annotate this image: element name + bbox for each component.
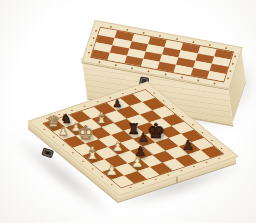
board-square [44,119,66,131]
pin-dot [155,179,158,180]
board-shadow-left [7,128,118,223]
pin-dot [45,118,48,119]
lid-square [207,71,226,81]
lid-square [110,45,129,55]
pin-dot [62,144,65,145]
pin-dot [181,76,183,78]
lid-square [127,48,146,58]
board-square [153,150,175,162]
board-square [124,171,146,183]
board-square [191,138,213,150]
pin-dot [71,110,74,111]
board-square [56,115,78,127]
board-square [114,119,136,131]
board-square [63,135,85,147]
board-square [101,123,123,135]
board-square [85,139,107,151]
board-square [73,143,95,155]
piece-white-pawn: ♟ [131,156,143,170]
piece-black-pawn: ♟ [182,139,194,153]
pin-dot [209,44,211,46]
pin-dot [164,73,166,75]
piece-white-bishop: ♝ [85,145,101,162]
pin-dot [153,92,156,93]
pin-dot [91,168,94,169]
pin-dot [95,30,97,32]
lid-square [148,37,167,47]
board-square [130,147,152,159]
board-square [69,111,91,123]
lid-square [124,56,143,66]
pin-dot [115,64,117,66]
pin-dot [205,162,208,163]
piece-white-pawn: ♟ [58,127,68,138]
box-lid-top [81,20,242,89]
piece-white-king: ♚ [77,124,94,143]
box-lid-grid [91,28,233,82]
pin-dot [134,89,137,90]
pin-dot [101,176,104,177]
pin-dot [83,105,86,106]
pin-dot [211,140,214,141]
lid-square [212,56,231,66]
board-square [111,131,133,143]
board-square [136,122,158,134]
lid-square [146,44,165,54]
lid-square [160,55,179,65]
lid-square [98,28,117,38]
board-square [115,163,137,175]
pin-dot [43,128,46,129]
piece-black-knight: ♞ [61,113,72,126]
box-lid-frame [90,27,234,83]
board-square [76,131,98,143]
board-square [159,126,181,138]
piece-black-king: ♚ [147,122,165,142]
pin-dot [218,157,221,158]
box-shadow [85,82,245,136]
board-square [92,159,114,171]
board-square [118,151,140,163]
pin-dot [234,55,236,57]
pin-dot [110,25,112,27]
pin-dot [131,67,133,69]
box-side-shadow [223,56,256,118]
piece-white-queen: ♛ [46,115,60,131]
board-square [121,139,143,151]
lid-square [96,35,115,45]
lid-square [91,50,110,60]
box-lid-edge [81,58,229,91]
lid-square [164,40,183,50]
board-square [66,123,88,135]
board-square [124,127,146,139]
board-square [165,146,187,158]
board-square [156,138,178,150]
lid-square [176,58,195,68]
board-square [53,127,75,139]
board-square [105,155,127,167]
lid-square [143,52,162,62]
lid-square [94,42,113,52]
pin-dot [167,174,170,175]
lid-square [115,31,134,41]
pin-dot [72,152,75,153]
board-square [140,155,162,167]
lid-square [157,62,176,72]
pin-dot [193,166,196,167]
piece-white-pawn: ♟ [71,123,81,134]
board-square [181,130,203,142]
board-square [146,130,168,142]
board-square [137,167,159,179]
board-shadow-front [112,154,248,215]
pin-dot [214,82,216,84]
pin-dot [221,148,224,149]
board-square [201,146,223,158]
board-square [102,167,124,179]
pin-dot [225,47,227,49]
piece-white-pawn: ♟ [106,164,118,178]
lid-square [174,65,193,75]
lid-square [179,50,198,60]
piece-white-bishop: ♝ [95,111,108,126]
lid-square [129,41,148,51]
piece-black-rook: ♜ [127,123,140,138]
lid-square [193,61,212,71]
piece-black-pawn: ♟ [134,144,146,157]
lid-square [209,64,228,74]
board-square [88,127,110,139]
pin-dot [180,170,183,171]
board-square [150,163,172,175]
board-square [127,159,149,171]
board-square [133,134,155,146]
pin-dot [90,44,92,46]
pin-dot [98,61,100,63]
pin-dot [93,37,95,39]
pin-dot [52,136,55,137]
lid-square [195,53,214,63]
board-square [143,142,165,154]
board-square [175,154,197,166]
pin-dot [197,79,199,81]
lid-square [162,47,181,57]
pin-dot [126,28,128,30]
board-square [91,115,113,127]
chess-set-photo: ♛♞♟♟♟♝♚♜♝♟♟♚♟♟♟♟ [0,0,256,223]
board-square [98,135,120,147]
pin-dot [129,187,132,188]
pin-dot [148,70,150,72]
pin-dot [88,52,90,54]
lid-square [112,38,131,48]
lid-square [141,59,160,69]
board-square [188,150,210,162]
pin-dot [201,132,204,133]
pin-dot [58,114,61,115]
board-square [82,151,104,163]
board-square [79,119,101,131]
board-square [112,175,134,187]
lid-square [131,34,150,44]
lid-square [190,68,209,78]
board-square [108,143,130,155]
pin-dot [143,31,145,33]
board-square [104,111,126,123]
piece-black-pawn: ♟ [137,132,148,145]
pin-dot [192,41,194,43]
pin-dot [82,160,85,161]
pin-dot [176,37,178,39]
lid-square [214,49,233,59]
lid-square [108,53,127,63]
pin-dot [159,34,161,36]
pin-dot [111,184,114,185]
board-square [95,147,117,159]
lid-square [197,46,216,56]
lid-square [181,43,200,53]
board-square [82,107,104,119]
board-square [178,142,200,154]
piece-white-pawn: ♟ [112,141,123,154]
pin-dot [142,183,145,184]
board-square [168,134,190,146]
board-square [162,158,184,170]
pin-dot [232,63,234,65]
